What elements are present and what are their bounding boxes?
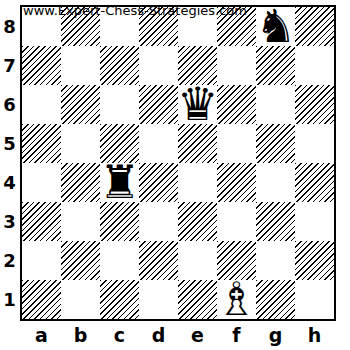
square-c7[interactable] — [100, 46, 139, 85]
square-h4[interactable] — [295, 163, 334, 202]
watermark-text: www.Expert-Chess-Strategies.com — [23, 3, 247, 18]
square-f7[interactable] — [217, 46, 256, 85]
square-a3[interactable] — [22, 202, 61, 241]
square-b2[interactable] — [61, 241, 100, 280]
square-c6[interactable] — [100, 85, 139, 124]
square-f3[interactable] — [217, 202, 256, 241]
rank-label-6: 6 — [0, 85, 19, 124]
chess-diagram-page: www.Expert-Chess-Strategies.com 87654321… — [0, 0, 350, 350]
file-label-e: e — [178, 323, 217, 347]
square-h6[interactable] — [295, 85, 334, 124]
square-g5[interactable] — [256, 124, 295, 163]
square-b5[interactable] — [61, 124, 100, 163]
square-f6[interactable] — [217, 85, 256, 124]
square-d4[interactable] — [139, 163, 178, 202]
square-b7[interactable] — [61, 46, 100, 85]
square-g8[interactable]: ♞ — [256, 7, 295, 46]
rank-label-7: 7 — [0, 46, 19, 85]
file-labels: abcdefgh — [22, 323, 334, 347]
square-c3[interactable] — [100, 202, 139, 241]
square-a2[interactable] — [22, 241, 61, 280]
file-label-a: a — [22, 323, 61, 347]
square-a7[interactable] — [22, 46, 61, 85]
square-g1[interactable] — [256, 280, 295, 319]
square-b4[interactable] — [61, 163, 100, 202]
square-f4[interactable] — [217, 163, 256, 202]
square-f1[interactable]: ♗ — [217, 280, 256, 319]
square-a6[interactable] — [22, 85, 61, 124]
rank-label-8: 8 — [0, 7, 19, 46]
square-e3[interactable] — [178, 202, 217, 241]
black-knight: ♞ — [255, 7, 296, 46]
square-d2[interactable] — [139, 241, 178, 280]
square-f5[interactable] — [217, 124, 256, 163]
square-h3[interactable] — [295, 202, 334, 241]
rank-label-3: 3 — [0, 202, 19, 241]
square-a4[interactable] — [22, 163, 61, 202]
file-label-d: d — [139, 323, 178, 347]
rank-label-4: 4 — [0, 163, 19, 202]
square-g6[interactable] — [256, 85, 295, 124]
square-b3[interactable] — [61, 202, 100, 241]
rank-label-1: 1 — [0, 280, 19, 319]
square-b6[interactable] — [61, 85, 100, 124]
file-label-g: g — [256, 323, 295, 347]
square-h5[interactable] — [295, 124, 334, 163]
file-label-f: f — [217, 323, 256, 347]
square-c4[interactable]: ♜ — [100, 163, 139, 202]
square-c2[interactable] — [100, 241, 139, 280]
white-bishop: ♗ — [216, 280, 257, 319]
square-e1[interactable] — [178, 280, 217, 319]
square-g4[interactable] — [256, 163, 295, 202]
square-e5[interactable] — [178, 124, 217, 163]
square-h1[interactable] — [295, 280, 334, 319]
square-d7[interactable] — [139, 46, 178, 85]
rank-label-2: 2 — [0, 241, 19, 280]
rank-labels: 87654321 — [0, 7, 19, 319]
square-e6[interactable]: ♛ — [178, 85, 217, 124]
square-d1[interactable] — [139, 280, 178, 319]
square-g7[interactable] — [256, 46, 295, 85]
square-h2[interactable] — [295, 241, 334, 280]
file-label-c: c — [100, 323, 139, 347]
square-h7[interactable] — [295, 46, 334, 85]
square-d5[interactable] — [139, 124, 178, 163]
square-e4[interactable] — [178, 163, 217, 202]
file-label-b: b — [61, 323, 100, 347]
square-g2[interactable] — [256, 241, 295, 280]
square-a5[interactable] — [22, 124, 61, 163]
board-frame: ♞♛♜♗ — [20, 5, 336, 321]
square-e2[interactable] — [178, 241, 217, 280]
file-label-h: h — [295, 323, 334, 347]
square-c1[interactable] — [100, 280, 139, 319]
square-a1[interactable] — [22, 280, 61, 319]
black-rook: ♜ — [99, 163, 140, 202]
square-g3[interactable] — [256, 202, 295, 241]
chess-board: ♞♛♜♗ — [22, 7, 334, 319]
square-b1[interactable] — [61, 280, 100, 319]
square-d6[interactable] — [139, 85, 178, 124]
rank-label-5: 5 — [0, 124, 19, 163]
square-h8[interactable] — [295, 7, 334, 46]
black-queen: ♛ — [177, 85, 218, 124]
square-d3[interactable] — [139, 202, 178, 241]
